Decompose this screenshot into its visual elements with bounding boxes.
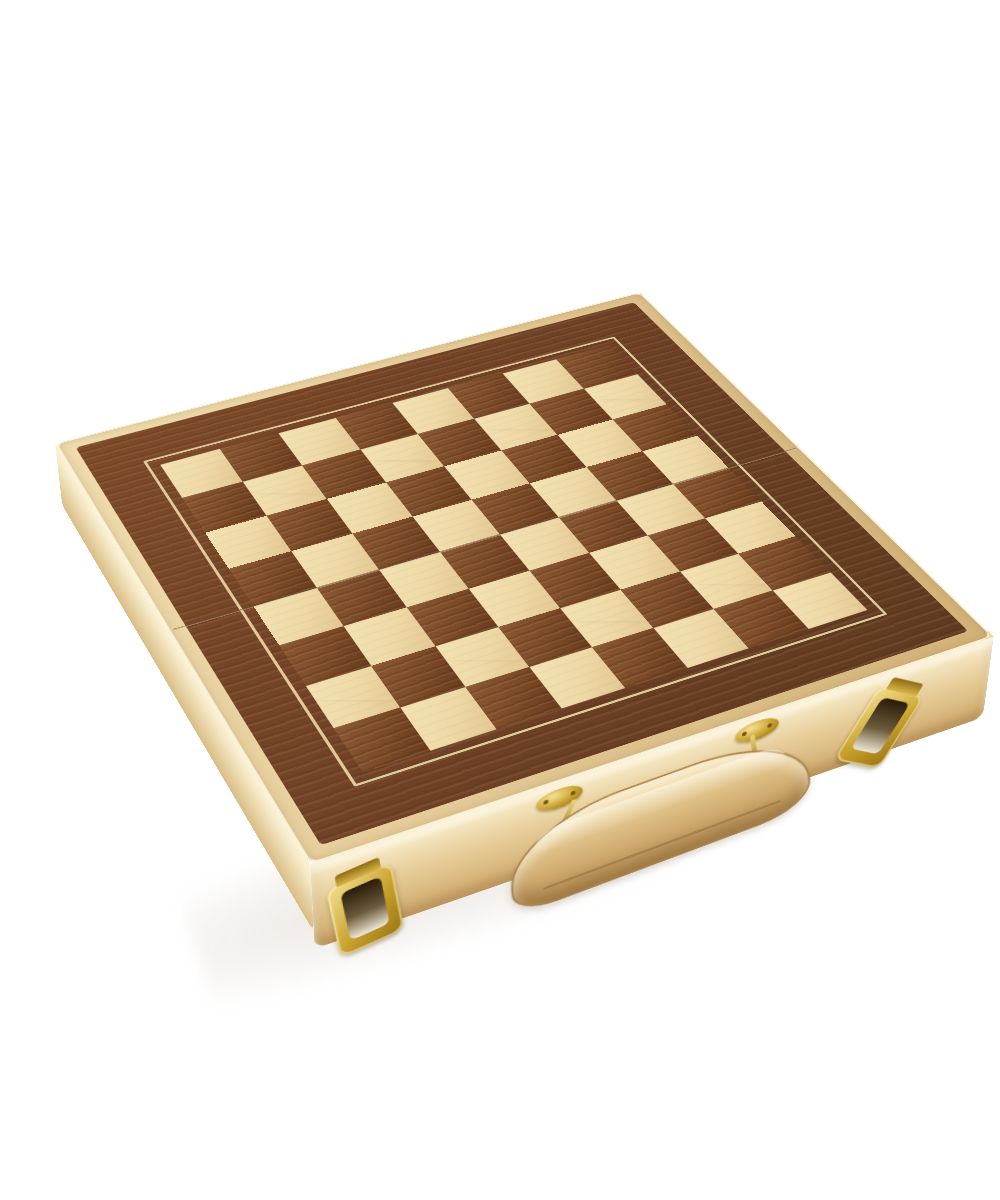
- handle-hinge-plate-left: [536, 781, 582, 815]
- piece-white-pawn[interactable]: ♟: [182, 416, 272, 517]
- brass-latch-left: [326, 862, 404, 958]
- product-photo-scene: ♜♞♝♚♛♝♞♜♟♟♟♟♟♟♟♟♟♟♟♟♟♟♟♟♜♞♝♚♛♝♞♜: [0, 0, 1000, 1200]
- piece-anchor: ♟: [194, 510, 259, 511]
- brass-latch-right: [834, 686, 925, 769]
- piece-anchor: ♜: [348, 743, 421, 744]
- perspective-wrapper: ♜♞♝♚♛♝♞♜♟♟♟♟♟♟♟♟♟♟♟♟♟♟♟♟♜♞♝♚♛♝♞♜: [0, 0, 1000, 1200]
- chess-case: ♜♞♝♚♛♝♞♜♟♟♟♟♟♟♟♟♟♟♟♟♟♟♟♟♜♞♝♚♛♝♞♜: [55, 292, 994, 864]
- piece-black-rook[interactable]: ♜: [324, 615, 446, 751]
- case-top: ♜♞♝♚♛♝♞♜♟♟♟♟♟♟♟♟♟♟♟♟♟♟♟♟♜♞♝♚♛♝♞♜: [55, 292, 994, 864]
